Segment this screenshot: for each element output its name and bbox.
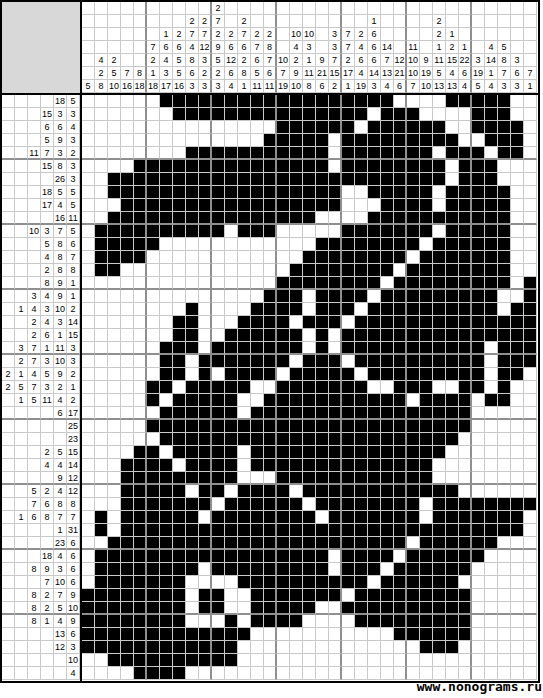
cell-r1-c3[interactable] [108,95,121,108]
cell-r27-c19[interactable] [316,433,329,446]
cell-r16-c6[interactable] [147,290,160,303]
cell-r14-c20[interactable] [329,264,342,277]
cell-r33-c22[interactable] [355,511,368,524]
cell-r39-c22[interactable] [355,589,368,602]
cell-r39-c25[interactable] [394,589,407,602]
cell-r5-c5[interactable] [134,147,147,160]
cell-r35-c2[interactable] [95,537,108,550]
cell-r1-c33[interactable] [498,95,511,108]
cell-r10-c26[interactable] [407,212,420,225]
cell-r17-c13[interactable] [238,303,251,316]
cell-r23-c5[interactable] [134,381,147,394]
cell-r38-c7[interactable] [160,576,173,589]
cell-r26-c20[interactable] [329,420,342,433]
cell-r26-c8[interactable] [173,420,186,433]
cell-r33-c10[interactable] [199,511,212,524]
cell-r17-c31[interactable] [472,303,485,316]
cell-r43-c29[interactable] [446,641,459,654]
cell-r10-c29[interactable] [446,212,459,225]
cell-r12-c7[interactable] [160,238,173,251]
cell-r42-c5[interactable] [134,628,147,641]
cell-r26-c21[interactable] [342,420,355,433]
cell-r30-c25[interactable] [394,472,407,485]
cell-r22-c27[interactable] [420,368,433,381]
cell-r11-c13[interactable] [238,225,251,238]
cell-r9-c10[interactable] [199,199,212,212]
cell-r22-c12[interactable] [225,368,238,381]
cell-r32-c20[interactable] [329,498,342,511]
cell-r12-c15[interactable] [264,238,277,251]
cell-r5-c3[interactable] [108,147,121,160]
cell-r41-c35[interactable] [524,615,537,628]
cell-r12-c27[interactable] [420,238,433,251]
cell-r10-c14[interactable] [251,212,264,225]
cell-r13-c27[interactable] [420,251,433,264]
cell-r23-c7[interactable] [160,381,173,394]
cell-r8-c9[interactable] [186,186,199,199]
cell-r35-c4[interactable] [121,537,134,550]
cell-r23-c10[interactable] [199,381,212,394]
cell-r28-c23[interactable] [368,446,381,459]
cell-r35-c11[interactable] [212,537,225,550]
cell-r27-c31[interactable] [472,433,485,446]
cell-r37-c24[interactable] [381,563,394,576]
cell-r9-c15[interactable] [264,199,277,212]
cell-r22-c19[interactable] [316,368,329,381]
cell-r32-c10[interactable] [199,498,212,511]
cell-r36-c20[interactable] [329,550,342,563]
cell-r29-c9[interactable] [186,459,199,472]
cell-r16-c24[interactable] [381,290,394,303]
cell-r28-c2[interactable] [95,446,108,459]
cell-r5-c25[interactable] [394,147,407,160]
cell-r26-c17[interactable] [290,420,303,433]
cell-r34-c22[interactable] [355,524,368,537]
cell-r34-c3[interactable] [108,524,121,537]
cell-r40-c11[interactable] [212,602,225,615]
cell-r8-c2[interactable] [95,186,108,199]
cell-r37-c27[interactable] [420,563,433,576]
cell-r42-c22[interactable] [355,628,368,641]
cell-r30-c21[interactable] [342,472,355,485]
cell-r27-c25[interactable] [394,433,407,446]
cell-r27-c1[interactable] [82,433,95,446]
cell-r19-c26[interactable] [407,329,420,342]
cell-r19-c31[interactable] [472,329,485,342]
cell-r23-c19[interactable] [316,381,329,394]
cell-r20-c16[interactable] [277,342,290,355]
cell-r4-c22[interactable] [355,134,368,147]
cell-r11-c12[interactable] [225,225,238,238]
cell-r40-c27[interactable] [420,602,433,615]
cell-r4-c8[interactable] [173,134,186,147]
cell-r22-c11[interactable] [212,368,225,381]
cell-r24-c11[interactable] [212,394,225,407]
cell-r23-c22[interactable] [355,381,368,394]
cell-r17-c27[interactable] [420,303,433,316]
cell-r1-c9[interactable] [186,95,199,108]
cell-r42-c26[interactable] [407,628,420,641]
cell-r5-c30[interactable] [459,147,472,160]
cell-r8-c20[interactable] [329,186,342,199]
cell-r26-c12[interactable] [225,420,238,433]
cell-r25-c14[interactable] [251,407,264,420]
cell-r4-c12[interactable] [225,134,238,147]
cell-r38-c18[interactable] [303,576,316,589]
cell-r39-c19[interactable] [316,589,329,602]
cell-r2-c17[interactable] [290,108,303,121]
cell-r17-c7[interactable] [160,303,173,316]
cell-r18-c10[interactable] [199,316,212,329]
cell-r6-c12[interactable] [225,160,238,173]
cell-r12-c9[interactable] [186,238,199,251]
cell-r23-c32[interactable] [485,381,498,394]
cell-r8-c13[interactable] [238,186,251,199]
cell-r7-c2[interactable] [95,173,108,186]
cell-r7-c1[interactable] [82,173,95,186]
cell-r43-c18[interactable] [303,641,316,654]
cell-r44-c34[interactable] [511,654,524,667]
cell-r41-c5[interactable] [134,615,147,628]
cell-r1-c16[interactable] [277,95,290,108]
cell-r14-c31[interactable] [472,264,485,277]
cell-r25-c13[interactable] [238,407,251,420]
cell-r39-c35[interactable] [524,589,537,602]
cell-r2-c27[interactable] [420,108,433,121]
cell-r22-c16[interactable] [277,368,290,381]
cell-r39-c9[interactable] [186,589,199,602]
cell-r18-c27[interactable] [420,316,433,329]
cell-r34-c4[interactable] [121,524,134,537]
cell-r14-c11[interactable] [212,264,225,277]
cell-r7-c9[interactable] [186,173,199,186]
cell-r18-c4[interactable] [121,316,134,329]
cell-r11-c17[interactable] [290,225,303,238]
cell-r30-c3[interactable] [108,472,121,485]
cell-r30-c29[interactable] [446,472,459,485]
cell-r40-c15[interactable] [264,602,277,615]
cell-r35-c3[interactable] [108,537,121,550]
cell-r37-c17[interactable] [290,563,303,576]
cell-r36-c27[interactable] [420,550,433,563]
cell-r6-c10[interactable] [199,160,212,173]
cell-r8-c29[interactable] [446,186,459,199]
cell-r21-c11[interactable] [212,355,225,368]
cell-r43-c17[interactable] [290,641,303,654]
cell-r27-c8[interactable] [173,433,186,446]
cell-r17-c24[interactable] [381,303,394,316]
cell-r27-c17[interactable] [290,433,303,446]
cell-r3-c6[interactable] [147,121,160,134]
cell-r6-c22[interactable] [355,160,368,173]
cell-r11-c11[interactable] [212,225,225,238]
cell-r21-c14[interactable] [251,355,264,368]
cell-r6-c15[interactable] [264,160,277,173]
cell-r9-c19[interactable] [316,199,329,212]
cell-r25-c23[interactable] [368,407,381,420]
cell-r11-c22[interactable] [355,225,368,238]
cell-r17-c23[interactable] [368,303,381,316]
cell-r44-c26[interactable] [407,654,420,667]
cell-r7-c7[interactable] [160,173,173,186]
cell-r8-c7[interactable] [160,186,173,199]
cell-r15-c28[interactable] [433,277,446,290]
cell-r21-c16[interactable] [277,355,290,368]
cell-r7-c13[interactable] [238,173,251,186]
cell-r36-c7[interactable] [160,550,173,563]
cell-r31-c30[interactable] [459,485,472,498]
cell-r11-c20[interactable] [329,225,342,238]
cell-r27-c15[interactable] [264,433,277,446]
cell-r18-c3[interactable] [108,316,121,329]
cell-r30-c6[interactable] [147,472,160,485]
cell-r41-c1[interactable] [82,615,95,628]
cell-r26-c13[interactable] [238,420,251,433]
cell-r6-c35[interactable] [524,160,537,173]
cell-r14-c35[interactable] [524,264,537,277]
cell-r43-c23[interactable] [368,641,381,654]
cell-r38-c6[interactable] [147,576,160,589]
cell-r22-c10[interactable] [199,368,212,381]
cell-r3-c19[interactable] [316,121,329,134]
cell-r41-c17[interactable] [290,615,303,628]
cell-r12-c20[interactable] [329,238,342,251]
cell-r40-c2[interactable] [95,602,108,615]
cell-r18-c33[interactable] [498,316,511,329]
cell-r2-c2[interactable] [95,108,108,121]
cell-r33-c17[interactable] [290,511,303,524]
cell-r31-c8[interactable] [173,485,186,498]
cell-r28-c22[interactable] [355,446,368,459]
cell-r3-c33[interactable] [498,121,511,134]
cell-r40-c18[interactable] [303,602,316,615]
cell-r34-c8[interactable] [173,524,186,537]
cell-r16-c12[interactable] [225,290,238,303]
cell-r17-c34[interactable] [511,303,524,316]
cell-r21-c8[interactable] [173,355,186,368]
cell-r15-c16[interactable] [277,277,290,290]
cell-r16-c16[interactable] [277,290,290,303]
cell-r19-c16[interactable] [277,329,290,342]
cell-r32-c2[interactable] [95,498,108,511]
cell-r5-c4[interactable] [121,147,134,160]
cell-r7-c28[interactable] [433,173,446,186]
cell-r19-c9[interactable] [186,329,199,342]
cell-r40-c20[interactable] [329,602,342,615]
cell-r19-c8[interactable] [173,329,186,342]
cell-r17-c20[interactable] [329,303,342,316]
cell-r38-c20[interactable] [329,576,342,589]
cell-r14-c22[interactable] [355,264,368,277]
cell-r40-c17[interactable] [290,602,303,615]
cell-r6-c31[interactable] [472,160,485,173]
cell-r33-c9[interactable] [186,511,199,524]
cell-r2-c28[interactable] [433,108,446,121]
cell-r1-c35[interactable] [524,95,537,108]
cell-r29-c33[interactable] [498,459,511,472]
cell-r38-c15[interactable] [264,576,277,589]
cell-r17-c25[interactable] [394,303,407,316]
cell-r20-c9[interactable] [186,342,199,355]
cell-r4-c5[interactable] [134,134,147,147]
cell-r25-c22[interactable] [355,407,368,420]
cell-r35-c9[interactable] [186,537,199,550]
cell-r41-c3[interactable] [108,615,121,628]
cell-r13-c10[interactable] [199,251,212,264]
cell-r20-c27[interactable] [420,342,433,355]
cell-r40-c29[interactable] [446,602,459,615]
cell-r35-c31[interactable] [472,537,485,550]
cell-r27-c34[interactable] [511,433,524,446]
cell-r30-c1[interactable] [82,472,95,485]
cell-r1-c23[interactable] [368,95,381,108]
cell-r17-c6[interactable] [147,303,160,316]
cell-r23-c20[interactable] [329,381,342,394]
cell-r13-c9[interactable] [186,251,199,264]
cell-r1-c20[interactable] [329,95,342,108]
cell-r44-c9[interactable] [186,654,199,667]
cell-r21-c5[interactable] [134,355,147,368]
cell-r11-c28[interactable] [433,225,446,238]
cell-r17-c22[interactable] [355,303,368,316]
cell-r15-c18[interactable] [303,277,316,290]
cell-r39-c20[interactable] [329,589,342,602]
cell-r3-c15[interactable] [264,121,277,134]
cell-r4-c1[interactable] [82,134,95,147]
cell-r4-c34[interactable] [511,134,524,147]
cell-r9-c20[interactable] [329,199,342,212]
cell-r21-c19[interactable] [316,355,329,368]
cell-r19-c3[interactable] [108,329,121,342]
cell-r30-c9[interactable] [186,472,199,485]
cell-r14-c34[interactable] [511,264,524,277]
cell-r17-c18[interactable] [303,303,316,316]
cell-r2-c18[interactable] [303,108,316,121]
cell-r33-c27[interactable] [420,511,433,524]
cell-r22-c20[interactable] [329,368,342,381]
cell-r16-c29[interactable] [446,290,459,303]
cell-r38-c32[interactable] [485,576,498,589]
cell-r17-c8[interactable] [173,303,186,316]
cell-r1-c27[interactable] [420,95,433,108]
cell-r12-c3[interactable] [108,238,121,251]
cell-r35-c25[interactable] [394,537,407,550]
cell-r7-c15[interactable] [264,173,277,186]
cell-r5-c11[interactable] [212,147,225,160]
cell-r40-c34[interactable] [511,602,524,615]
cell-r3-c3[interactable] [108,121,121,134]
cell-r20-c21[interactable] [342,342,355,355]
cell-r3-c30[interactable] [459,121,472,134]
cell-r36-c29[interactable] [446,550,459,563]
cell-r39-c18[interactable] [303,589,316,602]
cell-r32-c26[interactable] [407,498,420,511]
cell-r31-c11[interactable] [212,485,225,498]
cell-r39-c28[interactable] [433,589,446,602]
cell-r16-c7[interactable] [160,290,173,303]
cell-r19-c34[interactable] [511,329,524,342]
cell-r26-c10[interactable] [199,420,212,433]
cell-r18-c17[interactable] [290,316,303,329]
cell-r23-c23[interactable] [368,381,381,394]
cell-r21-c34[interactable] [511,355,524,368]
cell-r43-c3[interactable] [108,641,121,654]
cell-r43-c34[interactable] [511,641,524,654]
cell-r44-c12[interactable] [225,654,238,667]
cell-r37-c30[interactable] [459,563,472,576]
cell-r15-c7[interactable] [160,277,173,290]
cell-r43-c9[interactable] [186,641,199,654]
cell-r30-c31[interactable] [472,472,485,485]
cell-r40-c22[interactable] [355,602,368,615]
cell-r10-c31[interactable] [472,212,485,225]
cell-r4-c20[interactable] [329,134,342,147]
cell-r44-c1[interactable] [82,654,95,667]
cell-r1-c26[interactable] [407,95,420,108]
cell-r26-c18[interactable] [303,420,316,433]
cell-r22-c26[interactable] [407,368,420,381]
cell-r14-c26[interactable] [407,264,420,277]
cell-r33-c8[interactable] [173,511,186,524]
cell-r9-c11[interactable] [212,199,225,212]
cell-r39-c2[interactable] [95,589,108,602]
cell-r32-c11[interactable] [212,498,225,511]
cell-r22-c1[interactable] [82,368,95,381]
cell-r12-c4[interactable] [121,238,134,251]
cell-r42-c32[interactable] [485,628,498,641]
cell-r18-c16[interactable] [277,316,290,329]
cell-r40-c1[interactable] [82,602,95,615]
cell-r29-c32[interactable] [485,459,498,472]
cell-r26-c32[interactable] [485,420,498,433]
cell-r20-c35[interactable] [524,342,537,355]
cell-r24-c20[interactable] [329,394,342,407]
cell-r7-c32[interactable] [485,173,498,186]
cell-r15-c30[interactable] [459,277,472,290]
cell-r33-c31[interactable] [472,511,485,524]
cell-r36-c11[interactable] [212,550,225,563]
cell-r22-c2[interactable] [95,368,108,381]
cell-r23-c29[interactable] [446,381,459,394]
cell-r28-c11[interactable] [212,446,225,459]
cell-r15-c15[interactable] [264,277,277,290]
cell-r44-c32[interactable] [485,654,498,667]
cell-r44-c13[interactable] [238,654,251,667]
cell-r37-c14[interactable] [251,563,264,576]
cell-r7-c16[interactable] [277,173,290,186]
cell-r36-c14[interactable] [251,550,264,563]
cell-r29-c30[interactable] [459,459,472,472]
cell-r36-c17[interactable] [290,550,303,563]
cell-r16-c14[interactable] [251,290,264,303]
cell-r9-c6[interactable] [147,199,160,212]
cell-r26-c16[interactable] [277,420,290,433]
cell-r40-c26[interactable] [407,602,420,615]
cell-r31-c17[interactable] [290,485,303,498]
cell-r31-c6[interactable] [147,485,160,498]
cell-r15-c9[interactable] [186,277,199,290]
cell-r44-c33[interactable] [498,654,511,667]
cell-r44-c18[interactable] [303,654,316,667]
cell-r44-c8[interactable] [173,654,186,667]
cell-r15-c20[interactable] [329,277,342,290]
cell-r8-c28[interactable] [433,186,446,199]
cell-r20-c6[interactable] [147,342,160,355]
cell-r5-c2[interactable] [95,147,108,160]
cell-r32-c19[interactable] [316,498,329,511]
cell-r32-c4[interactable] [121,498,134,511]
cell-r22-c35[interactable] [524,368,537,381]
